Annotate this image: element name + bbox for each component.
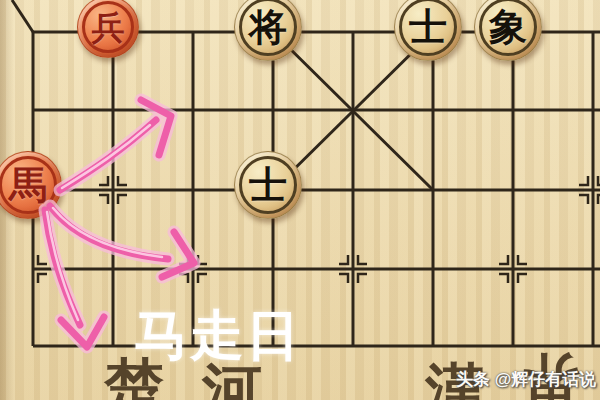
watermark: 头条 @辉仔有话说 — [456, 368, 596, 391]
river-char-he: 河 — [202, 361, 262, 400]
xiangqi-board[interactable]: 兵将士象馬士 马走日 楚 河 漢 界 头条 @辉仔有话说 — [0, 0, 600, 400]
river-char-chu: 楚 — [104, 356, 164, 400]
